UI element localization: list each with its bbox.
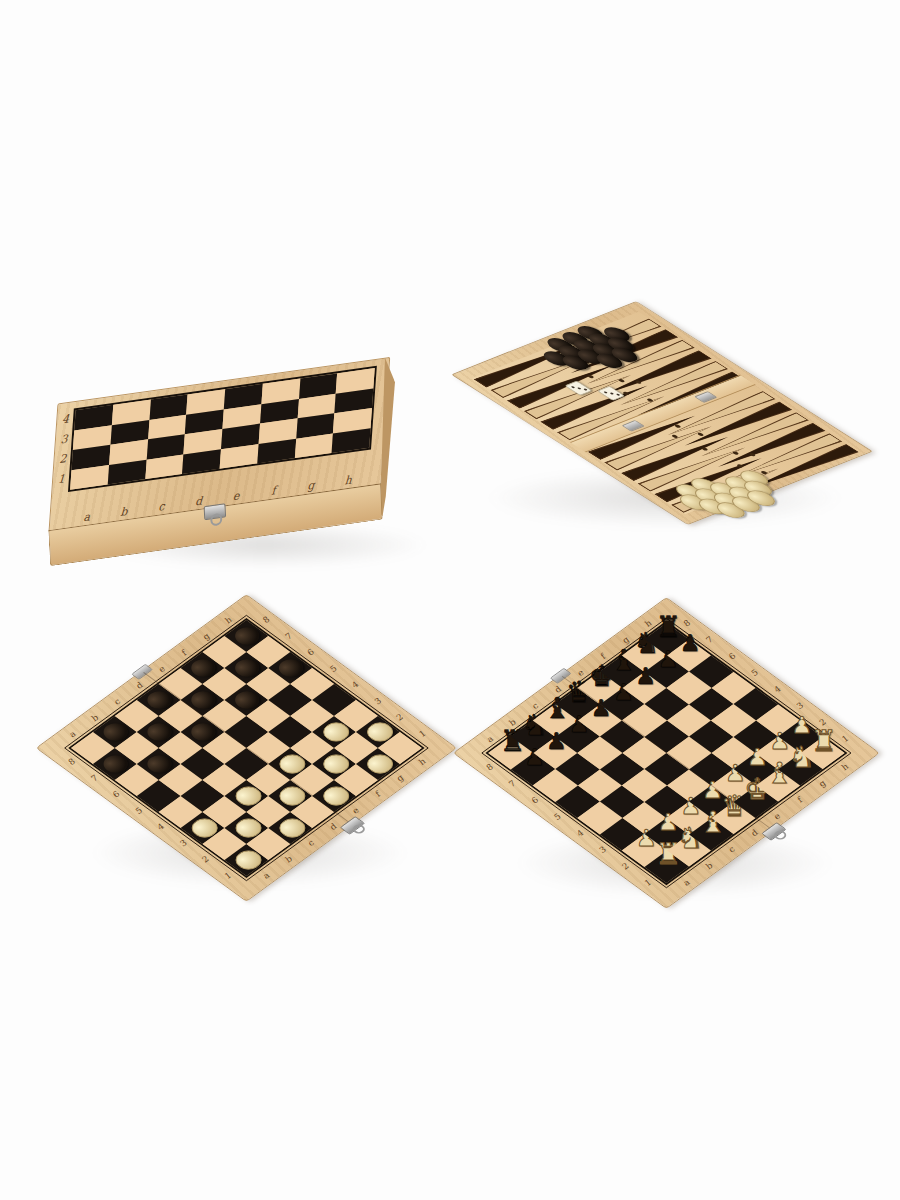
board-square [257,438,296,463]
board-square [145,454,184,479]
coordinate-label: 1 [54,468,68,490]
die-pip [603,391,608,393]
deco-dot [618,379,626,383]
deco-dot [670,434,678,438]
deco-dot [732,451,740,455]
half-chessboard [68,366,377,492]
product-photo-3in1-game-set: abcdefgh 4321 abcdefgh abcdefgh 87654321… [0,0,900,1200]
deco-dot [701,447,709,451]
deco-dot [587,374,595,378]
board-square [182,449,221,474]
deco-dot [697,432,705,436]
deco-dot [674,424,682,428]
board-square [70,465,109,490]
die-pip [577,387,582,389]
board-square [332,428,371,453]
die-pip [583,388,588,390]
view-closed-box: abcdefgh 4321 [30,372,450,582]
coordinate-label: 4 [59,409,73,431]
die-pip [571,386,576,388]
coordinate-label: 3 [57,428,71,450]
hinge [622,420,645,432]
coordinate-label: 2 [56,448,70,470]
board-square [220,444,259,469]
board-square [294,433,333,458]
board-square [107,459,146,484]
hinge [694,391,717,403]
deco-dot [646,398,654,402]
view-checkers: abcdefgh abcdefgh 87654321 87654321 [30,588,460,918]
view-backgammon [445,278,885,553]
metal-clasp [204,503,227,520]
die-pip [610,392,615,394]
die-pip [616,393,621,395]
chess-piece-black: ♟ [675,627,705,659]
chess-piece-white: ♜ [809,725,839,757]
view-chess: abcdefgh abcdefgh 87654321 87654321 ♜♞♝♛… [445,588,890,928]
